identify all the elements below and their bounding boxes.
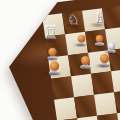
silver-pawn bbox=[107, 43, 116, 53]
copper-pawn bbox=[99, 54, 110, 67]
pieces-layer: ♘♗♖ bbox=[0, 0, 120, 120]
copper-pawn bbox=[47, 48, 57, 60]
pawn-ball bbox=[78, 35, 86, 43]
copper-pawn bbox=[95, 35, 104, 46]
copper-pawn bbox=[80, 56, 91, 69]
pawn-ball bbox=[50, 61, 59, 70]
pawn-ball bbox=[81, 56, 90, 65]
copper-pawn bbox=[77, 35, 86, 46]
pawn-ball bbox=[100, 54, 109, 63]
silver-bishop: ♗ bbox=[93, 10, 107, 26]
pawn-ball bbox=[48, 48, 57, 57]
chess-set-photo: ♘♗♖ bbox=[0, 0, 120, 120]
silver-rook: ♖ bbox=[43, 24, 59, 42]
silver-knight: ♘ bbox=[68, 13, 81, 27]
pawn-ball bbox=[108, 43, 115, 50]
copper-pawn bbox=[49, 61, 61, 75]
pawn-ball bbox=[96, 35, 104, 43]
